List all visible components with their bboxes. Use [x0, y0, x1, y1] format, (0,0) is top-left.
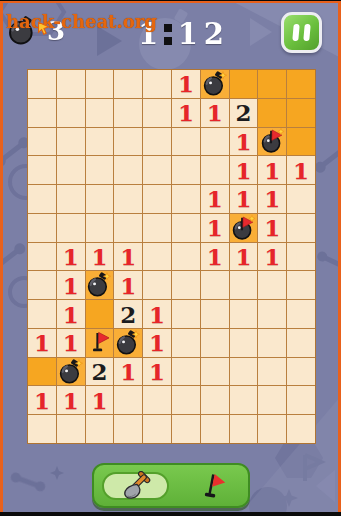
- cell-number: 1: [264, 216, 280, 239]
- cell-r11c7[interactable]: [201, 358, 229, 386]
- cell-r7c4[interactable]: 1: [114, 243, 142, 271]
- timer-seconds-digit-1: 1: [178, 20, 198, 49]
- cell-r7c5[interactable]: [143, 243, 171, 271]
- cell-r8c5[interactable]: [143, 271, 171, 299]
- cell-r3c10[interactable]: [287, 128, 315, 156]
- cell-r2c1[interactable]: [28, 99, 56, 127]
- cell-r5c6[interactable]: [172, 185, 200, 213]
- cell-number: 1: [207, 245, 223, 268]
- cell-r13c7[interactable]: [201, 415, 229, 443]
- cell-r10c1[interactable]: 1: [28, 329, 56, 357]
- cell-number: 1: [264, 159, 280, 182]
- cell-r11c6[interactable]: [172, 358, 200, 386]
- cell-r9c2[interactable]: 1: [57, 300, 85, 328]
- cell-r4c10[interactable]: 1: [287, 156, 315, 184]
- pause-button[interactable]: [281, 12, 322, 53]
- cell-number: 1: [63, 274, 79, 297]
- cell-number: 1: [207, 187, 223, 210]
- cell-number: 1: [149, 303, 165, 326]
- cell-r13c10[interactable]: [287, 415, 315, 443]
- cell-r4c4[interactable]: [114, 156, 142, 184]
- cell-number: 1: [120, 245, 136, 268]
- cell-r13c1[interactable]: [28, 415, 56, 443]
- cell-r12c6[interactable]: [172, 386, 200, 414]
- timer-colon: [164, 24, 172, 45]
- cell-number: 1: [235, 187, 251, 210]
- cell-r7c3[interactable]: 1: [86, 243, 114, 271]
- cell-r3c3[interactable]: [86, 128, 114, 156]
- cell-r13c5[interactable]: [143, 415, 171, 443]
- cell-r1c9[interactable]: [258, 70, 286, 98]
- cell-r10c3[interactable]: [86, 329, 114, 357]
- cell-number: 1: [293, 159, 309, 182]
- cell-r13c6[interactable]: [172, 415, 200, 443]
- flag-icon: [86, 330, 112, 356]
- cell-r8c4[interactable]: 1: [114, 271, 142, 299]
- pause-icon: [292, 24, 299, 41]
- cell-r11c8[interactable]: [230, 358, 258, 386]
- tool-toolbar: [92, 463, 250, 508]
- cell-r5c2[interactable]: [57, 185, 85, 213]
- cell-r1c2[interactable]: [57, 70, 85, 98]
- top-edge: [0, 0, 341, 1]
- cell-r2c7[interactable]: 1: [201, 99, 229, 127]
- timer: 1 12: [138, 17, 224, 51]
- bomb-icon: [86, 272, 112, 298]
- board-grid: 1 1121 1111111 11111111 112111 1: [27, 69, 316, 444]
- cell-r13c2[interactable]: [57, 415, 85, 443]
- cell-r5c4[interactable]: [114, 185, 142, 213]
- cell-r10c4[interactable]: [114, 329, 142, 357]
- cell-r6c4[interactable]: [114, 214, 142, 242]
- cell-number: 1: [120, 274, 136, 297]
- bomb-icon: [58, 359, 84, 385]
- mine-counter: 3: [7, 15, 65, 46]
- cell-r8c1[interactable]: [28, 271, 56, 299]
- cell-r10c5[interactable]: 1: [143, 329, 171, 357]
- cell-r5c3[interactable]: [86, 185, 114, 213]
- cell-r8c6[interactable]: [172, 271, 200, 299]
- cell-r13c4[interactable]: [114, 415, 142, 443]
- cell-number: 1: [207, 101, 223, 124]
- cell-r8c7[interactable]: [201, 271, 229, 299]
- cell-r9c8[interactable]: [230, 300, 258, 328]
- cell-number: 1: [34, 331, 50, 354]
- cell-r6c9[interactable]: 1: [258, 214, 286, 242]
- cell-r11c10[interactable]: [287, 358, 315, 386]
- cell-r5c10[interactable]: [287, 185, 315, 213]
- shovel-icon: [120, 471, 152, 501]
- cell-r12c8[interactable]: [230, 386, 258, 414]
- cell-r9c7[interactable]: [201, 300, 229, 328]
- cell-r6c5[interactable]: [143, 214, 171, 242]
- cell-r7c8[interactable]: 1: [230, 243, 258, 271]
- cell-number: 2: [235, 101, 251, 124]
- cell-r4c1[interactable]: [28, 156, 56, 184]
- cell-r12c10[interactable]: [287, 386, 315, 414]
- cell-r5c9[interactable]: 1: [258, 185, 286, 213]
- cell-r9c3[interactable]: [86, 300, 114, 328]
- cell-r7c2[interactable]: 1: [57, 243, 85, 271]
- cell-r11c1[interactable]: [28, 358, 56, 386]
- cell-r10c2[interactable]: 1: [57, 329, 85, 357]
- cell-r12c2[interactable]: 1: [57, 386, 85, 414]
- cell-r12c4[interactable]: [114, 386, 142, 414]
- cell-r1c10[interactable]: [287, 70, 315, 98]
- cell-r12c3[interactable]: 1: [86, 386, 114, 414]
- cell-r6c6[interactable]: [172, 214, 200, 242]
- bomb-icon: [202, 71, 228, 97]
- cell-number: 1: [63, 389, 79, 412]
- cell-r10c8[interactable]: [230, 329, 258, 357]
- cell-r2c2[interactable]: [57, 99, 85, 127]
- cell-r2c8[interactable]: 2: [230, 99, 258, 127]
- cell-r12c1[interactable]: 1: [28, 386, 56, 414]
- cell-r4c8[interactable]: 1: [230, 156, 258, 184]
- cell-r8c10[interactable]: [287, 271, 315, 299]
- cell-number: 1: [207, 216, 223, 239]
- cell-r6c1[interactable]: [28, 214, 56, 242]
- cell-r6c7[interactable]: 1: [201, 214, 229, 242]
- cell-number: 1: [34, 389, 50, 412]
- cell-number: 1: [235, 130, 251, 153]
- cell-r3c7[interactable]: [201, 128, 229, 156]
- tool-shovel-button[interactable]: [102, 472, 169, 500]
- cell-r7c6[interactable]: [172, 243, 200, 271]
- cell-number: 1: [91, 389, 107, 412]
- cell-r4c2[interactable]: [57, 156, 85, 184]
- cell-r11c9[interactable]: [258, 358, 286, 386]
- bottom-edge: [0, 512, 341, 516]
- cell-number: 1: [235, 159, 251, 182]
- mine-counter-value: 3: [47, 16, 65, 46]
- cell-r9c4[interactable]: 2: [114, 300, 142, 328]
- flagged-mine-icon: [259, 128, 285, 154]
- cell-number: 1: [178, 72, 194, 95]
- bomb-icon: [7, 15, 38, 46]
- cell-r1c1[interactable]: [28, 70, 56, 98]
- cell-r1c5[interactable]: [143, 70, 171, 98]
- cell-r2c4[interactable]: [114, 99, 142, 127]
- cell-number: 1: [264, 245, 280, 268]
- cell-r12c9[interactable]: [258, 386, 286, 414]
- cell-r7c9[interactable]: 1: [258, 243, 286, 271]
- cell-r3c5[interactable]: [143, 128, 171, 156]
- cell-r3c4[interactable]: [114, 128, 142, 156]
- cell-r12c5[interactable]: [143, 386, 171, 414]
- cell-r2c9[interactable]: [258, 99, 286, 127]
- cell-r11c3[interactable]: 2: [86, 358, 114, 386]
- cell-r3c9[interactable]: [258, 128, 286, 156]
- cell-r3c6[interactable]: [172, 128, 200, 156]
- cell-number: 1: [149, 331, 165, 354]
- cell-r2c3[interactable]: [86, 99, 114, 127]
- cell-r4c5[interactable]: [143, 156, 171, 184]
- cell-r10c10[interactable]: [287, 329, 315, 357]
- timer-seconds-digit-2: 2: [204, 20, 224, 49]
- cell-number: 1: [63, 303, 79, 326]
- cell-number: 1: [264, 187, 280, 210]
- cell-number: 1: [235, 245, 251, 268]
- cell-r5c5[interactable]: [143, 185, 171, 213]
- cell-r13c3[interactable]: [86, 415, 114, 443]
- cell-r8c8[interactable]: [230, 271, 258, 299]
- cell-number: 2: [120, 303, 136, 326]
- cell-number: 1: [149, 360, 165, 383]
- cell-r8c9[interactable]: [258, 271, 286, 299]
- tool-flag-button[interactable]: [190, 470, 234, 504]
- cell-r7c1[interactable]: [28, 243, 56, 271]
- minesweeper-screen: 3 1 12 hack-cheat.org 1 1121 1111111 111…: [0, 0, 341, 516]
- cell-r12c7[interactable]: [201, 386, 229, 414]
- cell-r13c9[interactable]: [258, 415, 286, 443]
- cell-r1c6[interactable]: 1: [172, 70, 200, 98]
- cell-r8c3[interactable]: [86, 271, 114, 299]
- cell-r10c7[interactable]: [201, 329, 229, 357]
- cell-r9c5[interactable]: 1: [143, 300, 171, 328]
- cell-number: 1: [178, 101, 194, 124]
- cell-r9c10[interactable]: [287, 300, 315, 328]
- cell-r6c3[interactable]: [86, 214, 114, 242]
- cell-r1c8[interactable]: [230, 70, 258, 98]
- cell-r5c1[interactable]: [28, 185, 56, 213]
- bomb-icon: [7, 15, 38, 46]
- cell-r11c5[interactable]: 1: [143, 358, 171, 386]
- timer-minutes: 1: [138, 20, 158, 49]
- cell-r2c10[interactable]: [287, 99, 315, 127]
- cell-r10c9[interactable]: [258, 329, 286, 357]
- cell-r4c7[interactable]: [201, 156, 229, 184]
- cell-number: 1: [63, 245, 79, 268]
- cell-r8c2[interactable]: 1: [57, 271, 85, 299]
- cell-r6c8[interactable]: [230, 214, 258, 242]
- cell-r13c8[interactable]: [230, 415, 258, 443]
- bomb-icon: [115, 330, 141, 356]
- cell-r3c1[interactable]: [28, 128, 56, 156]
- cell-r10c6[interactable]: [172, 329, 200, 357]
- cell-number: 1: [63, 331, 79, 354]
- cell-r9c6[interactable]: [172, 300, 200, 328]
- cell-r1c3[interactable]: [86, 70, 114, 98]
- cell-r2c5[interactable]: [143, 99, 171, 127]
- cell-r9c1[interactable]: [28, 300, 56, 328]
- cell-r5c7[interactable]: 1: [201, 185, 229, 213]
- cell-r2c6[interactable]: 1: [172, 99, 200, 127]
- cell-r7c7[interactable]: 1: [201, 243, 229, 271]
- flag-icon: [197, 472, 227, 502]
- cell-r7c10[interactable]: [287, 243, 315, 271]
- cell-r3c2[interactable]: [57, 128, 85, 156]
- cell-r6c10[interactable]: [287, 214, 315, 242]
- cell-r11c2[interactable]: [57, 358, 85, 386]
- cell-r1c7[interactable]: [201, 70, 229, 98]
- cell-r1c4[interactable]: [114, 70, 142, 98]
- cell-number: 1: [91, 245, 107, 268]
- cell-r3c8[interactable]: 1: [230, 128, 258, 156]
- cell-r6c2[interactable]: [57, 214, 85, 242]
- cell-r9c9[interactable]: [258, 300, 286, 328]
- flagged-mine-icon: [230, 215, 256, 241]
- cell-number: 1: [120, 360, 136, 383]
- cell-r4c3[interactable]: [86, 156, 114, 184]
- cell-number: 2: [91, 360, 107, 383]
- cell-r5c8[interactable]: 1: [230, 185, 258, 213]
- cell-r11c4[interactable]: 1: [114, 358, 142, 386]
- cell-r4c9[interactable]: 1: [258, 156, 286, 184]
- cell-r4c6[interactable]: [172, 156, 200, 184]
